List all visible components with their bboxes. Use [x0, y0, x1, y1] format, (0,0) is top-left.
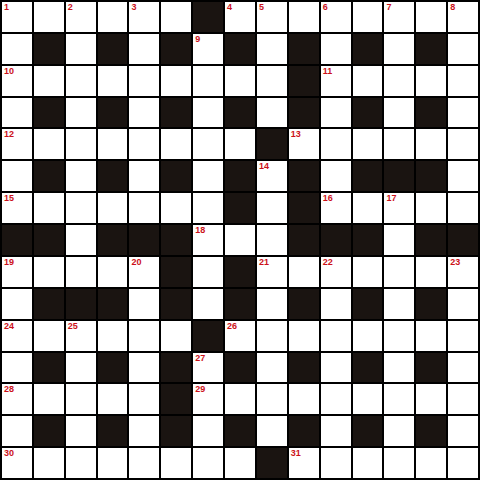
white-cell[interactable]: [129, 66, 159, 96]
white-cell[interactable]: [129, 416, 159, 446]
white-cell[interactable]: 17: [384, 193, 414, 223]
white-cell[interactable]: [321, 34, 351, 64]
black-cell: [161, 98, 191, 128]
white-cell[interactable]: [321, 416, 351, 446]
white-cell[interactable]: [353, 257, 383, 287]
clue-number: 29: [195, 385, 205, 394]
white-cell[interactable]: [321, 321, 351, 351]
white-cell[interactable]: 4: [225, 2, 255, 32]
white-cell[interactable]: [416, 129, 446, 159]
white-cell[interactable]: [66, 448, 96, 478]
black-cell: [289, 193, 319, 223]
white-cell[interactable]: [257, 321, 287, 351]
black-cell: [225, 416, 255, 446]
white-cell[interactable]: 30: [2, 448, 32, 478]
clue-number: 10: [4, 67, 14, 76]
white-cell[interactable]: [289, 321, 319, 351]
white-cell[interactable]: 23: [448, 257, 478, 287]
black-cell: [353, 161, 383, 191]
clue-number: 27: [195, 354, 205, 363]
black-cell: [225, 289, 255, 319]
black-cell: [66, 289, 96, 319]
white-cell[interactable]: [98, 193, 128, 223]
white-cell[interactable]: [448, 34, 478, 64]
white-cell[interactable]: [448, 353, 478, 383]
clue-number: 13: [291, 130, 301, 139]
black-cell: [448, 225, 478, 255]
white-cell[interactable]: [193, 129, 223, 159]
clue-number: 19: [4, 258, 14, 267]
white-cell[interactable]: 18: [193, 225, 223, 255]
white-cell[interactable]: [66, 98, 96, 128]
white-cell[interactable]: [257, 289, 287, 319]
clue-number: 26: [227, 322, 237, 331]
white-cell[interactable]: 27: [193, 353, 223, 383]
black-cell: [34, 225, 64, 255]
white-cell[interactable]: [66, 66, 96, 96]
white-cell[interactable]: 7: [384, 2, 414, 32]
white-cell[interactable]: [416, 257, 446, 287]
white-cell[interactable]: [161, 448, 191, 478]
black-cell: [289, 161, 319, 191]
white-cell[interactable]: [257, 384, 287, 414]
black-cell: [353, 34, 383, 64]
white-cell[interactable]: [129, 129, 159, 159]
clue-number: 20: [131, 258, 141, 267]
clue-number: 23: [450, 258, 460, 267]
white-cell[interactable]: [448, 384, 478, 414]
white-cell[interactable]: [129, 384, 159, 414]
white-cell[interactable]: 22: [321, 257, 351, 287]
black-cell: [161, 225, 191, 255]
white-cell[interactable]: [34, 321, 64, 351]
clue-number: 9: [195, 35, 200, 44]
white-cell[interactable]: 3: [129, 2, 159, 32]
white-cell[interactable]: [129, 34, 159, 64]
white-cell[interactable]: [353, 129, 383, 159]
black-cell: [353, 416, 383, 446]
clue-number: 17: [386, 194, 396, 203]
clue-number: 1: [4, 3, 9, 12]
white-cell[interactable]: [129, 448, 159, 478]
white-cell[interactable]: [416, 384, 446, 414]
white-cell[interactable]: [66, 384, 96, 414]
white-cell[interactable]: [34, 129, 64, 159]
black-cell: [416, 225, 446, 255]
white-cell[interactable]: [448, 321, 478, 351]
white-cell[interactable]: [98, 2, 128, 32]
black-cell: [34, 98, 64, 128]
white-cell[interactable]: [161, 321, 191, 351]
clue-number: 14: [259, 162, 269, 171]
black-cell: [289, 34, 319, 64]
black-cell: [98, 353, 128, 383]
white-cell[interactable]: 31: [289, 448, 319, 478]
white-cell[interactable]: [353, 384, 383, 414]
clue-number: 6: [323, 3, 328, 12]
white-cell[interactable]: [193, 66, 223, 96]
black-cell: [225, 257, 255, 287]
white-cell[interactable]: [161, 2, 191, 32]
white-cell[interactable]: 6: [321, 2, 351, 32]
white-cell[interactable]: [257, 34, 287, 64]
black-cell: [161, 384, 191, 414]
white-cell[interactable]: 12: [2, 129, 32, 159]
white-cell[interactable]: 5: [257, 2, 287, 32]
white-cell[interactable]: [129, 193, 159, 223]
white-cell[interactable]: [321, 353, 351, 383]
white-cell[interactable]: [384, 34, 414, 64]
white-cell[interactable]: [225, 384, 255, 414]
white-cell[interactable]: [66, 129, 96, 159]
white-cell[interactable]: [384, 448, 414, 478]
black-cell: [416, 98, 446, 128]
white-cell[interactable]: [34, 66, 64, 96]
white-cell[interactable]: [353, 2, 383, 32]
white-cell[interactable]: [257, 98, 287, 128]
white-cell[interactable]: [66, 353, 96, 383]
clue-number: 21: [259, 258, 269, 267]
black-cell: [289, 98, 319, 128]
white-cell[interactable]: [66, 34, 96, 64]
black-cell: [321, 225, 351, 255]
black-cell: [257, 448, 287, 478]
black-cell: [289, 289, 319, 319]
black-cell: [161, 34, 191, 64]
white-cell[interactable]: [98, 129, 128, 159]
white-cell[interactable]: [384, 416, 414, 446]
white-cell[interactable]: [98, 321, 128, 351]
white-cell[interactable]: [321, 98, 351, 128]
clue-number: 28: [4, 385, 14, 394]
white-cell[interactable]: [225, 129, 255, 159]
white-cell[interactable]: [2, 98, 32, 128]
black-cell: [384, 161, 414, 191]
white-cell[interactable]: [416, 193, 446, 223]
white-cell[interactable]: [98, 257, 128, 287]
black-cell: [161, 353, 191, 383]
white-cell[interactable]: [353, 66, 383, 96]
white-cell[interactable]: [448, 161, 478, 191]
black-cell: [353, 289, 383, 319]
white-cell[interactable]: [321, 384, 351, 414]
white-cell[interactable]: [384, 321, 414, 351]
white-cell[interactable]: [2, 161, 32, 191]
clue-number: 4: [227, 3, 232, 12]
white-cell[interactable]: [193, 448, 223, 478]
clue-number: 15: [4, 194, 14, 203]
black-cell: [225, 98, 255, 128]
white-cell[interactable]: [289, 2, 319, 32]
clue-number: 30: [4, 449, 14, 458]
white-cell[interactable]: [257, 193, 287, 223]
black-cell: [289, 66, 319, 96]
white-cell[interactable]: 14: [257, 161, 287, 191]
white-cell[interactable]: [448, 98, 478, 128]
black-cell: [416, 289, 446, 319]
white-cell[interactable]: 10: [2, 66, 32, 96]
white-cell[interactable]: [353, 448, 383, 478]
white-cell[interactable]: 11: [321, 66, 351, 96]
white-cell[interactable]: [448, 416, 478, 446]
clue-number: 2: [68, 3, 73, 12]
white-cell[interactable]: 28: [2, 384, 32, 414]
white-cell[interactable]: [384, 129, 414, 159]
white-cell[interactable]: [416, 66, 446, 96]
black-cell: [289, 416, 319, 446]
white-cell[interactable]: [34, 193, 64, 223]
black-cell: [193, 2, 223, 32]
white-cell[interactable]: [384, 289, 414, 319]
clue-number: 12: [4, 130, 14, 139]
white-cell[interactable]: [448, 289, 478, 319]
black-cell: [353, 98, 383, 128]
black-cell: [34, 34, 64, 64]
black-cell: [98, 34, 128, 64]
clue-number: 18: [195, 226, 205, 235]
white-cell[interactable]: [193, 98, 223, 128]
white-cell[interactable]: [321, 161, 351, 191]
white-cell[interactable]: 8: [448, 2, 478, 32]
white-cell[interactable]: [384, 353, 414, 383]
white-cell[interactable]: 24: [2, 321, 32, 351]
white-cell[interactable]: [34, 384, 64, 414]
white-cell[interactable]: [193, 161, 223, 191]
white-cell[interactable]: 26: [225, 321, 255, 351]
white-cell[interactable]: [66, 416, 96, 446]
black-cell: [161, 257, 191, 287]
black-cell: [129, 225, 159, 255]
white-cell[interactable]: 16: [321, 193, 351, 223]
white-cell[interactable]: [66, 193, 96, 223]
white-cell[interactable]: [225, 225, 255, 255]
white-cell[interactable]: [416, 2, 446, 32]
white-cell[interactable]: [129, 161, 159, 191]
white-cell[interactable]: [193, 193, 223, 223]
black-cell: [161, 289, 191, 319]
white-cell[interactable]: [2, 34, 32, 64]
white-cell[interactable]: [129, 321, 159, 351]
white-cell[interactable]: [448, 129, 478, 159]
white-cell[interactable]: [66, 257, 96, 287]
white-cell[interactable]: [384, 257, 414, 287]
white-cell[interactable]: [416, 448, 446, 478]
black-cell: [161, 161, 191, 191]
black-cell: [289, 225, 319, 255]
clue-number: 5: [259, 3, 264, 12]
black-cell: [225, 193, 255, 223]
clue-number: 16: [323, 194, 333, 203]
white-cell[interactable]: [34, 2, 64, 32]
clue-number: 7: [386, 3, 391, 12]
black-cell: [416, 34, 446, 64]
white-cell[interactable]: [161, 193, 191, 223]
white-cell[interactable]: [257, 66, 287, 96]
black-cell: [34, 161, 64, 191]
black-cell: [416, 416, 446, 446]
white-cell[interactable]: [193, 257, 223, 287]
black-cell: [98, 98, 128, 128]
white-cell[interactable]: [129, 289, 159, 319]
white-cell[interactable]: [257, 416, 287, 446]
clue-number: 31: [291, 449, 301, 458]
white-cell[interactable]: [384, 66, 414, 96]
black-cell: [353, 225, 383, 255]
white-cell[interactable]: [289, 384, 319, 414]
white-cell[interactable]: 13: [289, 129, 319, 159]
white-cell[interactable]: [193, 416, 223, 446]
white-cell[interactable]: [193, 289, 223, 319]
white-cell[interactable]: [321, 289, 351, 319]
white-cell[interactable]: [129, 353, 159, 383]
white-cell[interactable]: [321, 448, 351, 478]
white-cell[interactable]: [161, 66, 191, 96]
black-cell: [98, 225, 128, 255]
black-cell: [34, 353, 64, 383]
white-cell[interactable]: [34, 448, 64, 478]
white-cell[interactable]: 1: [2, 2, 32, 32]
black-cell: [34, 416, 64, 446]
clue-number: 11: [323, 67, 333, 76]
black-cell: [193, 321, 223, 351]
black-cell: [353, 353, 383, 383]
black-cell: [98, 161, 128, 191]
white-cell[interactable]: [384, 384, 414, 414]
white-cell[interactable]: [289, 257, 319, 287]
black-cell: [98, 289, 128, 319]
crossword-grid: 1234567891011121314151617181920212223242…: [0, 0, 480, 480]
white-cell[interactable]: [384, 225, 414, 255]
white-cell[interactable]: [384, 98, 414, 128]
black-cell: [257, 129, 287, 159]
white-cell[interactable]: [448, 193, 478, 223]
clue-number: 3: [131, 3, 136, 12]
white-cell[interactable]: [448, 66, 478, 96]
white-cell[interactable]: [353, 193, 383, 223]
white-cell[interactable]: [98, 66, 128, 96]
black-cell: [225, 161, 255, 191]
white-cell[interactable]: 9: [193, 34, 223, 64]
white-cell[interactable]: [2, 289, 32, 319]
white-cell[interactable]: [321, 129, 351, 159]
white-cell[interactable]: [98, 448, 128, 478]
white-cell[interactable]: 2: [66, 2, 96, 32]
white-cell[interactable]: 29: [193, 384, 223, 414]
black-cell: [225, 34, 255, 64]
white-cell[interactable]: [225, 448, 255, 478]
white-cell[interactable]: [129, 98, 159, 128]
white-cell[interactable]: [2, 416, 32, 446]
black-cell: [225, 353, 255, 383]
clue-number: 22: [323, 258, 333, 267]
white-cell[interactable]: 19: [2, 257, 32, 287]
clue-number: 24: [4, 322, 14, 331]
white-cell[interactable]: [353, 321, 383, 351]
black-cell: [34, 289, 64, 319]
clue-number: 25: [68, 322, 78, 331]
white-cell[interactable]: 21: [257, 257, 287, 287]
white-cell[interactable]: 15: [2, 193, 32, 223]
white-cell[interactable]: [161, 129, 191, 159]
white-cell[interactable]: [416, 321, 446, 351]
black-cell: [161, 416, 191, 446]
black-cell: [2, 225, 32, 255]
white-cell[interactable]: [66, 161, 96, 191]
clue-number: 8: [450, 3, 455, 12]
white-cell[interactable]: [225, 66, 255, 96]
white-cell[interactable]: [66, 225, 96, 255]
white-cell[interactable]: [34, 257, 64, 287]
white-cell[interactable]: [448, 448, 478, 478]
black-cell: [289, 353, 319, 383]
white-cell[interactable]: [98, 384, 128, 414]
white-cell[interactable]: 25: [66, 321, 96, 351]
black-cell: [416, 161, 446, 191]
black-cell: [98, 416, 128, 446]
white-cell[interactable]: [257, 353, 287, 383]
white-cell[interactable]: [257, 225, 287, 255]
black-cell: [416, 353, 446, 383]
white-cell[interactable]: [2, 353, 32, 383]
white-cell[interactable]: 20: [129, 257, 159, 287]
